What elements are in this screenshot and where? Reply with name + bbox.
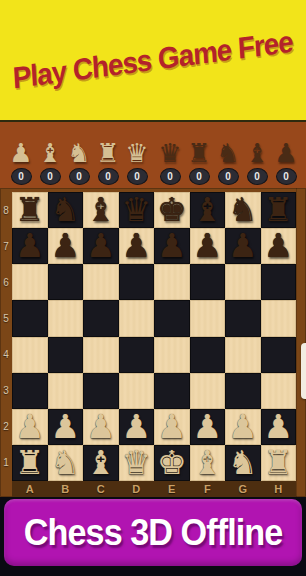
square-b4[interactable] (48, 337, 84, 373)
square-h8[interactable]: ♜ (261, 192, 297, 228)
file-label-e: E (154, 481, 190, 497)
square-a7[interactable]: ♟ (12, 228, 48, 264)
square-g2[interactable]: ♟ (225, 409, 261, 445)
square-b3[interactable] (48, 373, 84, 409)
square-g4[interactable] (225, 337, 261, 373)
rank-label-4: 4 (0, 337, 12, 373)
square-e4[interactable] (154, 337, 190, 373)
file-label-h: H (261, 481, 297, 497)
piece-black-queen[interactable]: ♛ (121, 193, 151, 227)
captured-light-knight-icon: ♞ (67, 138, 90, 172)
square-d2[interactable]: ♟ (119, 409, 155, 445)
square-c1[interactable]: ♝ (83, 445, 119, 481)
piece-white-king[interactable]: ♚ (157, 446, 187, 480)
square-e8[interactable]: ♚ (154, 192, 190, 228)
file-label-f: F (190, 481, 226, 497)
captured-slot-pawn: ♟0 (7, 138, 35, 185)
captured-slot-bishop: ♝0 (243, 138, 271, 185)
square-f4[interactable] (190, 337, 226, 373)
piece-black-bishop[interactable]: ♝ (86, 193, 116, 227)
piece-black-bishop[interactable]: ♝ (192, 193, 222, 227)
piece-black-knight[interactable]: ♞ (228, 193, 258, 227)
captured-slot-rook: ♜0 (185, 138, 213, 185)
piece-white-rook[interactable]: ♜ (15, 446, 45, 480)
piece-black-knight[interactable]: ♞ (50, 193, 80, 227)
square-f7[interactable]: ♟ (190, 228, 226, 264)
chess-board: 87654321 ♜♞♝♛♚♝♞♜♟♟♟♟♟♟♟♟♟♟♟♟♟♟♟♟♜♞♝♛♚♝♞… (0, 188, 306, 497)
square-e3[interactable] (154, 373, 190, 409)
square-d6[interactable] (119, 264, 155, 300)
rank-label-7: 7 (0, 228, 12, 264)
file-label-a: A (12, 481, 48, 497)
piece-white-bishop[interactable]: ♝ (86, 446, 116, 480)
piece-black-pawn[interactable]: ♟ (15, 229, 45, 263)
square-f8[interactable]: ♝ (190, 192, 226, 228)
rank-label-5: 5 (0, 300, 12, 336)
square-a3[interactable] (12, 373, 48, 409)
square-f6[interactable] (190, 264, 226, 300)
captured-slot-pawn: ♟0 (272, 138, 300, 185)
square-h5[interactable] (261, 300, 297, 336)
square-h2[interactable]: ♟ (261, 409, 297, 445)
square-h6[interactable] (261, 264, 297, 300)
square-g6[interactable] (225, 264, 261, 300)
square-a4[interactable] (12, 337, 48, 373)
square-c2[interactable]: ♟ (83, 409, 119, 445)
square-e7[interactable]: ♟ (154, 228, 190, 264)
squares-grid: ♜♞♝♛♚♝♞♜♟♟♟♟♟♟♟♟♟♟♟♟♟♟♟♟♜♞♝♛♚♝♞♜ (12, 192, 296, 481)
piece-black-pawn[interactable]: ♟ (121, 229, 151, 263)
file-labels: ABCDEFGH (12, 481, 296, 497)
square-g7[interactable]: ♟ (225, 228, 261, 264)
rank-label-6: 6 (0, 264, 12, 300)
captured-count-badge: 0 (40, 168, 61, 185)
square-b6[interactable] (48, 264, 84, 300)
file-label-d: D (119, 481, 155, 497)
captured-count-badge: 0 (247, 168, 268, 185)
rank-label-3: 3 (0, 373, 12, 409)
square-d3[interactable] (119, 373, 155, 409)
scrollbar-thumb[interactable] (301, 343, 306, 399)
captured-count-badge: 0 (127, 168, 148, 185)
file-label-c: C (83, 481, 119, 497)
captured-count-badge: 0 (189, 168, 210, 185)
square-f2[interactable]: ♟ (190, 409, 226, 445)
piece-black-pawn[interactable]: ♟ (192, 229, 222, 263)
captured-light-bishop-icon: ♝ (38, 138, 61, 172)
square-c5[interactable] (83, 300, 119, 336)
captured-dark-queen-icon: ♛ (158, 138, 181, 172)
captured-white-group: ♟0♝0♞0♜0♛0 (7, 138, 151, 185)
square-b1[interactable]: ♞ (48, 445, 84, 481)
captured-count-badge: 0 (69, 168, 90, 185)
captured-dark-pawn-icon: ♟ (274, 138, 297, 172)
square-g3[interactable] (225, 373, 261, 409)
square-c3[interactable] (83, 373, 119, 409)
bottom-banner: Chess 3D Offline (4, 499, 302, 566)
square-d5[interactable] (119, 300, 155, 336)
piece-black-pawn[interactable]: ♟ (50, 229, 80, 263)
piece-black-pawn[interactable]: ♟ (263, 229, 293, 263)
piece-white-pawn[interactable]: ♟ (50, 410, 80, 444)
square-d7[interactable]: ♟ (119, 228, 155, 264)
square-c6[interactable] (83, 264, 119, 300)
square-b2[interactable]: ♟ (48, 409, 84, 445)
piece-white-pawn[interactable]: ♟ (15, 410, 45, 444)
square-h4[interactable] (261, 337, 297, 373)
square-e6[interactable] (154, 264, 190, 300)
piece-white-pawn[interactable]: ♟ (157, 410, 187, 444)
rank-labels: 87654321 (0, 188, 12, 497)
square-b8[interactable]: ♞ (48, 192, 84, 228)
captured-slot-queen: ♛0 (123, 138, 151, 185)
square-f3[interactable] (190, 373, 226, 409)
piece-white-pawn[interactable]: ♟ (121, 410, 151, 444)
rank-label-2: 2 (0, 409, 12, 445)
captured-slot-knight: ♞0 (65, 138, 93, 185)
rank-label-8: 8 (0, 192, 12, 228)
square-b5[interactable] (48, 300, 84, 336)
square-e2[interactable]: ♟ (154, 409, 190, 445)
square-h3[interactable] (261, 373, 297, 409)
square-c7[interactable]: ♟ (83, 228, 119, 264)
piece-white-knight[interactable]: ♞ (228, 446, 258, 480)
captured-slot-knight: ♞0 (214, 138, 242, 185)
piece-white-knight[interactable]: ♞ (50, 446, 80, 480)
piece-white-queen[interactable]: ♛ (121, 446, 151, 480)
captured-light-pawn-icon: ♟ (9, 138, 32, 172)
square-d4[interactable] (119, 337, 155, 373)
square-c4[interactable] (83, 337, 119, 373)
captured-black-group: ♛0♜0♞0♝0♟0 (156, 138, 300, 185)
piece-black-king[interactable]: ♚ (157, 193, 187, 227)
captured-count-badge: 0 (98, 168, 119, 185)
captured-count-badge: 0 (11, 168, 32, 185)
top-banner: Play Chess Game Free (0, 0, 306, 122)
file-label-g: G (225, 481, 261, 497)
piece-black-rook[interactable]: ♜ (15, 193, 45, 227)
square-f1[interactable]: ♝ (190, 445, 226, 481)
square-e1[interactable]: ♚ (154, 445, 190, 481)
square-d1[interactable]: ♛ (119, 445, 155, 481)
square-h7[interactable]: ♟ (261, 228, 297, 264)
captured-count-badge: 0 (276, 168, 297, 185)
captured-light-rook-icon: ♜ (96, 138, 119, 172)
square-a6[interactable] (12, 264, 48, 300)
piece-white-pawn[interactable]: ♟ (263, 410, 293, 444)
app-name-title: Chess 3D Offline (24, 512, 282, 554)
captured-dark-knight-icon: ♞ (216, 138, 239, 172)
square-g5[interactable] (225, 300, 261, 336)
captured-slot-queen: ♛0 (156, 138, 184, 185)
square-a2[interactable]: ♟ (12, 409, 48, 445)
captured-count-badge: 0 (218, 168, 239, 185)
captured-dark-bishop-icon: ♝ (245, 138, 268, 172)
captured-count-badge: 0 (160, 168, 181, 185)
piece-black-pawn[interactable]: ♟ (157, 229, 187, 263)
rank-label-1: 1 (0, 445, 12, 481)
square-h1[interactable]: ♜ (261, 445, 297, 481)
piece-white-pawn[interactable]: ♟ (86, 410, 116, 444)
square-a1[interactable]: ♜ (12, 445, 48, 481)
piece-black-pawn[interactable]: ♟ (228, 229, 258, 263)
captured-dark-rook-icon: ♜ (187, 138, 210, 172)
piece-black-rook[interactable]: ♜ (263, 193, 293, 227)
square-f5[interactable] (190, 300, 226, 336)
piece-white-pawn[interactable]: ♟ (192, 410, 222, 444)
captured-pieces-tray: ♟0♝0♞0♜0♛0 ♛0♜0♞0♝0♟0 (0, 122, 306, 188)
captured-slot-bishop: ♝0 (36, 138, 64, 185)
captured-slot-rook: ♜0 (94, 138, 122, 185)
piece-white-pawn[interactable]: ♟ (228, 410, 258, 444)
square-a5[interactable] (12, 300, 48, 336)
square-g1[interactable]: ♞ (225, 445, 261, 481)
bottom-banner-area: Chess 3D Offline (0, 497, 306, 576)
piece-white-bishop[interactable]: ♝ (192, 446, 222, 480)
piece-white-rook[interactable]: ♜ (263, 446, 293, 480)
square-a8[interactable]: ♜ (12, 192, 48, 228)
file-label-b: B (48, 481, 84, 497)
captured-light-queen-icon: ♛ (125, 138, 148, 172)
square-e5[interactable] (154, 300, 190, 336)
square-c8[interactable]: ♝ (83, 192, 119, 228)
square-g8[interactable]: ♞ (225, 192, 261, 228)
piece-black-pawn[interactable]: ♟ (86, 229, 116, 263)
square-b7[interactable]: ♟ (48, 228, 84, 264)
app-promo-title: Play Chess Game Free (12, 25, 294, 96)
square-d8[interactable]: ♛ (119, 192, 155, 228)
board-main: ♜♞♝♛♚♝♞♜♟♟♟♟♟♟♟♟♟♟♟♟♟♟♟♟♜♞♝♛♚♝♞♜ ABCDEFG… (12, 188, 296, 497)
